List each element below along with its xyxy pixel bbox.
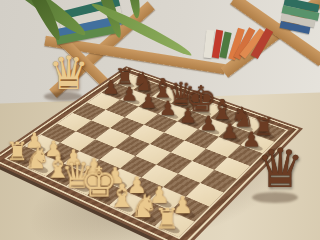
piece-black-pawn-g7: ♟ — [220, 123, 239, 143]
extra-white-queen: ♛ — [48, 50, 89, 96]
piece-black-pawn-e7: ♟ — [179, 107, 197, 126]
piece-black-pawn-d7: ♟ — [159, 100, 177, 119]
piece-black-pawn-a7: ♟ — [102, 79, 119, 97]
piece-black-pawn-c7: ♟ — [140, 93, 158, 112]
photo-scene: ♛ ♜♞♝♛♚♝♞♜♟♟♟♟♟♟♟♟♟♟♟♟♟♟♟♟♜♞♝♛♚♝♞♜ ♛ — [0, 0, 320, 240]
extra-black-queen: ♛ — [256, 142, 304, 196]
piece-black-pawn-b7: ♟ — [121, 86, 138, 104]
piece-black-pawn-f7: ♟ — [199, 115, 217, 135]
piece-white-rook-h1: ♜ — [154, 206, 180, 233]
